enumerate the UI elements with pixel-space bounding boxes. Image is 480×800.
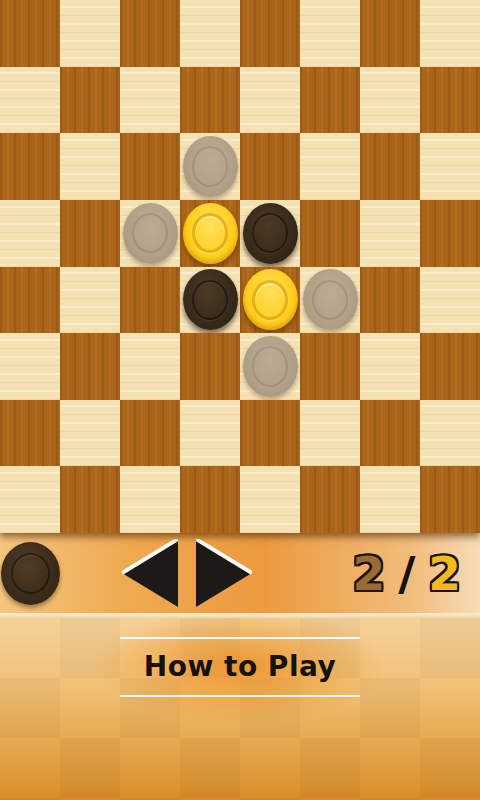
square-h8: [420, 466, 480, 533]
legal-move-hint-disc[interactable]: [183, 136, 238, 197]
square-c4[interactable]: [120, 200, 180, 267]
square-f6: [300, 333, 360, 400]
disc-ring: [192, 146, 228, 186]
square-a5: [0, 267, 60, 334]
square-d7: [180, 400, 240, 467]
legal-move-hint-disc[interactable]: [303, 269, 358, 330]
square-d2: [180, 67, 240, 134]
square-c2: [120, 67, 180, 134]
square-c8: [120, 466, 180, 533]
square-g5: [360, 267, 420, 334]
game-screen: 2 / 2 How to Play: [0, 0, 480, 800]
square-g1: [360, 0, 420, 67]
yellow-disc: [243, 269, 298, 330]
square-b5: [60, 267, 120, 334]
square-e1: [240, 0, 300, 67]
square-e7: [240, 400, 300, 467]
how-to-play-label: How to Play: [144, 650, 337, 683]
square-f3: [300, 133, 360, 200]
disc-ring: [312, 280, 348, 320]
square-e8: [240, 466, 300, 533]
square-b7: [60, 400, 120, 467]
square-g7: [360, 400, 420, 467]
disc-ring: [192, 280, 228, 320]
dark-disc: [243, 203, 298, 264]
board: [0, 0, 480, 533]
disc-ring: [252, 213, 288, 253]
step-current: 2: [352, 550, 386, 597]
square-h1: [420, 0, 480, 67]
square-e3: [240, 133, 300, 200]
step-counter: 2 / 2: [352, 533, 462, 613]
square-g6: [360, 333, 420, 400]
square-f4: [300, 200, 360, 267]
disc-ring: [252, 280, 288, 320]
how-to-play-button[interactable]: How to Play: [120, 637, 360, 697]
square-e5: [240, 267, 300, 334]
step-total: 2: [428, 550, 462, 597]
square-a2: [0, 67, 60, 134]
square-b6: [60, 333, 120, 400]
square-a1: [0, 0, 60, 67]
square-h4: [420, 200, 480, 267]
disc-ring: [192, 213, 228, 253]
square-e6[interactable]: [240, 333, 300, 400]
square-h6: [420, 333, 480, 400]
legal-move-hint-disc[interactable]: [243, 336, 298, 397]
dark-disc: [183, 269, 238, 330]
square-d4: [180, 200, 240, 267]
square-a7: [0, 400, 60, 467]
legal-move-hint-disc[interactable]: [123, 203, 178, 264]
square-e4: [240, 200, 300, 267]
square-a8: [0, 466, 60, 533]
square-b8: [60, 466, 120, 533]
square-f5[interactable]: [300, 267, 360, 334]
square-f7: [300, 400, 360, 467]
hud-bar: 2 / 2: [0, 533, 480, 613]
square-f1: [300, 0, 360, 67]
square-c6: [120, 333, 180, 400]
square-d6: [180, 333, 240, 400]
hud-underline: [0, 613, 480, 618]
step-separator: /: [398, 550, 416, 597]
disc-ring: [11, 553, 50, 595]
square-c1: [120, 0, 180, 67]
square-b3: [60, 133, 120, 200]
square-d3[interactable]: [180, 133, 240, 200]
square-c3: [120, 133, 180, 200]
square-a4: [0, 200, 60, 267]
disc-ring: [132, 213, 168, 253]
square-h7: [420, 400, 480, 467]
square-b4: [60, 200, 120, 267]
square-a6: [0, 333, 60, 400]
square-f8: [300, 466, 360, 533]
turn-indicator-dark-disc: [1, 542, 60, 605]
square-c5: [120, 267, 180, 334]
square-h5: [420, 267, 480, 334]
square-g4: [360, 200, 420, 267]
square-f2: [300, 67, 360, 134]
square-g3: [360, 133, 420, 200]
square-d5: [180, 267, 240, 334]
square-c7: [120, 400, 180, 467]
square-a3: [0, 133, 60, 200]
square-b2: [60, 67, 120, 134]
square-g2: [360, 67, 420, 134]
square-b1: [60, 0, 120, 67]
square-d1: [180, 0, 240, 67]
square-e2: [240, 67, 300, 134]
yellow-disc: [183, 203, 238, 264]
square-d8: [180, 466, 240, 533]
square-h3: [420, 133, 480, 200]
previous-step-arrow-icon[interactable]: [122, 539, 178, 607]
square-h2: [420, 67, 480, 134]
disc-ring: [252, 346, 288, 386]
next-step-arrow-icon[interactable]: [196, 539, 252, 607]
square-g8: [360, 466, 420, 533]
